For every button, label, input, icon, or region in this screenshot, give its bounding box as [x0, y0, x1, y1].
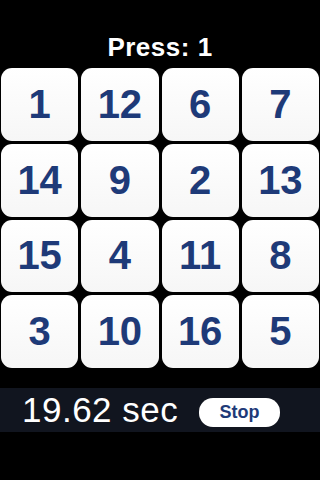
number-tile[interactable]: 10	[81, 295, 158, 368]
number-tile[interactable]: 14	[1, 144, 78, 217]
press-prompt: Press: 1	[0, 32, 320, 63]
number-tile[interactable]: 8	[242, 220, 319, 293]
number-tile[interactable]: 16	[162, 295, 239, 368]
game-screen: Press: 1 1 12 6 7 14 9 2 13 15 4 11 8 3 …	[0, 0, 320, 480]
number-tile[interactable]: 1	[1, 68, 78, 141]
number-tile[interactable]: 7	[242, 68, 319, 141]
number-tile[interactable]: 9	[81, 144, 158, 217]
number-tile[interactable]: 12	[81, 68, 158, 141]
timer-bar: 19.62 sec Stop	[0, 388, 320, 432]
number-tile[interactable]: 13	[242, 144, 319, 217]
number-tile[interactable]: 5	[242, 295, 319, 368]
number-tile[interactable]: 11	[162, 220, 239, 293]
timer-display: 19.62 sec	[22, 390, 178, 430]
number-tile[interactable]: 15	[1, 220, 78, 293]
stop-button[interactable]: Stop	[199, 398, 280, 427]
number-tile[interactable]: 2	[162, 144, 239, 217]
number-grid: 1 12 6 7 14 9 2 13 15 4 11 8 3 10 16 5	[0, 68, 320, 368]
number-tile[interactable]: 4	[81, 220, 158, 293]
number-tile[interactable]: 3	[1, 295, 78, 368]
number-tile[interactable]: 6	[162, 68, 239, 141]
